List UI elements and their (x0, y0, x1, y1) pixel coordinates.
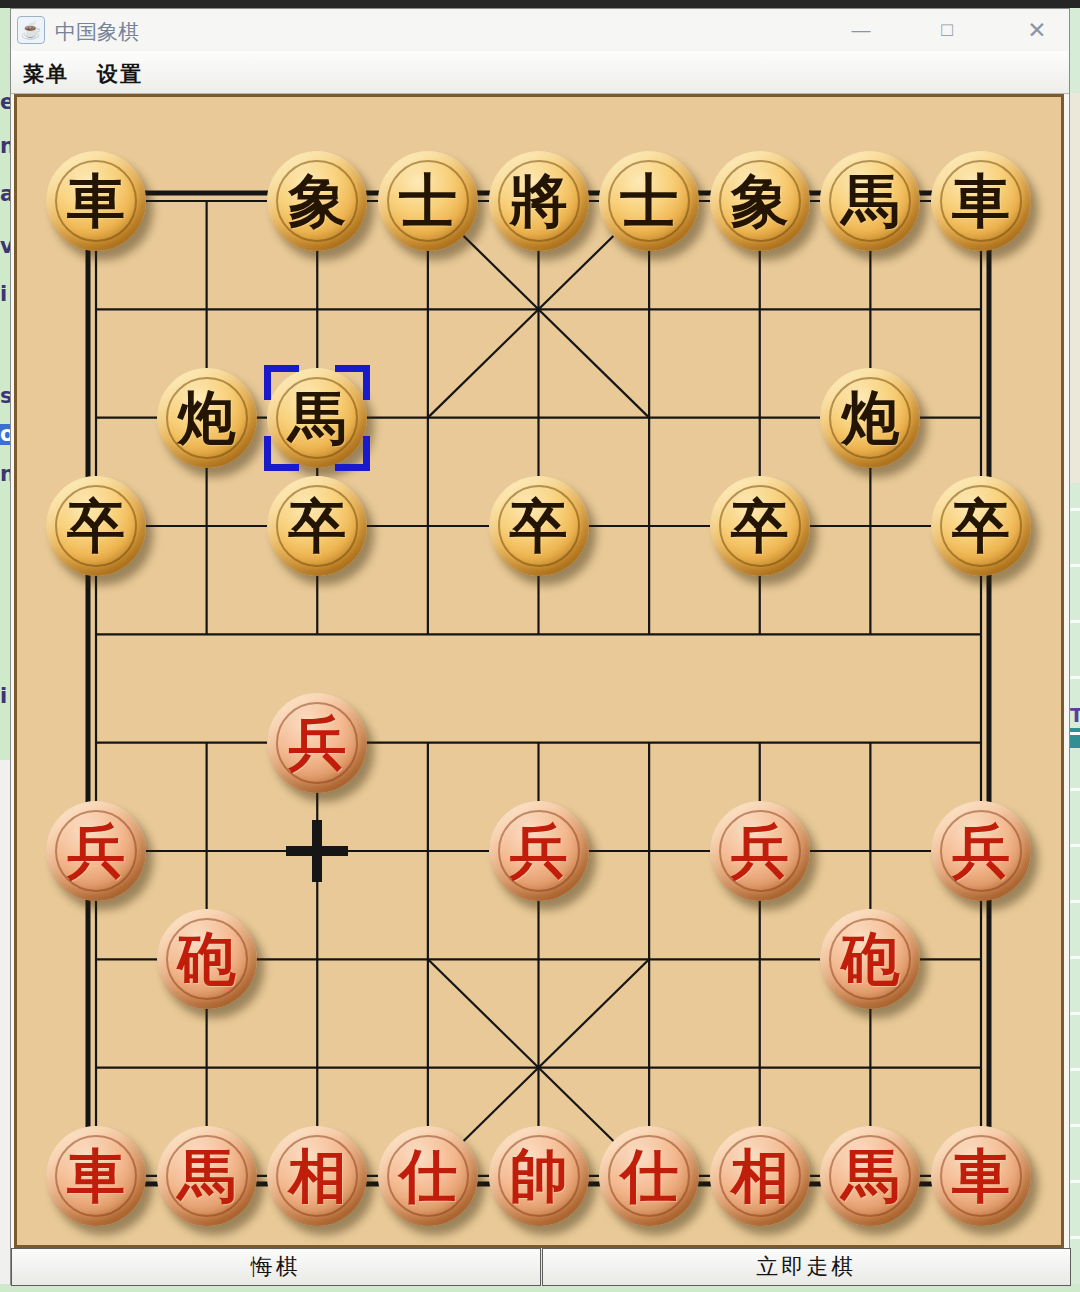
background-text-fragment: T (1070, 706, 1080, 725)
red-cannon-piece[interactable]: 砲 (820, 909, 920, 1009)
background-grid-line (1070, 1124, 1080, 1127)
black-horse-piece[interactable]: 馬 (267, 368, 367, 468)
red-horse-piece[interactable]: 馬 (820, 1126, 920, 1226)
black-soldier-piece[interactable]: 卒 (931, 476, 1031, 576)
red-soldier-piece[interactable]: 兵 (931, 801, 1031, 901)
window-title: 中国象棋 (55, 18, 139, 46)
background-grid-line (1070, 508, 1080, 511)
red-soldier-piece[interactable]: 兵 (489, 801, 589, 901)
black-chariot-piece[interactable]: 車 (931, 151, 1031, 251)
background-grid-line (1070, 1012, 1080, 1015)
background-page-right-teal-fragment (1070, 728, 1080, 748)
black-soldier-piece[interactable]: 卒 (267, 476, 367, 576)
black-cannon-piece[interactable]: 炮 (157, 368, 257, 468)
close-button[interactable]: ✕ (1019, 15, 1055, 45)
red-elephant-piece[interactable]: 相 (267, 1126, 367, 1226)
red-chariot-piece[interactable]: 車 (46, 1126, 146, 1226)
background-page-top-band (0, 0, 1080, 8)
background-grid-line (1070, 1068, 1080, 1071)
background-grid-line (1070, 732, 1080, 735)
red-horse-piece[interactable]: 馬 (157, 1126, 257, 1226)
move-immediately-button[interactable]: 立即走棋 (542, 1248, 1072, 1286)
background-grid-line (1070, 676, 1080, 679)
background-grid-line (1070, 956, 1080, 959)
red-soldier-piece[interactable]: 兵 (46, 801, 146, 901)
background-page-right-strip: T (1070, 8, 1080, 1292)
background-page-right-block (1070, 93, 1080, 483)
red-chariot-piece[interactable]: 車 (931, 1126, 1031, 1226)
background-grid-line (1070, 788, 1080, 791)
xiangqi-app-window: ☕ 中国象棋 — □ ✕ 菜单 设置 車象士將士象馬車炮馬炮卒卒卒卒卒兵兵兵兵兵… (10, 8, 1070, 1285)
menu-item-settings[interactable]: 设置 (97, 60, 143, 88)
red-advisor-piece[interactable]: 仕 (378, 1126, 478, 1226)
black-chariot-piece[interactable]: 車 (46, 151, 146, 251)
red-general-piece[interactable]: 帥 (489, 1126, 589, 1226)
black-general-piece[interactable]: 將 (489, 151, 589, 251)
red-advisor-piece[interactable]: 仕 (599, 1126, 699, 1226)
xiangqi-board[interactable]: 車象士將士象馬車炮馬炮卒卒卒卒卒兵兵兵兵兵砲砲車馬相仕帥仕相馬車 (14, 94, 1064, 1248)
black-elephant-piece[interactable]: 象 (710, 151, 810, 251)
black-cannon-piece[interactable]: 炮 (820, 368, 920, 468)
red-elephant-piece[interactable]: 相 (710, 1126, 810, 1226)
black-elephant-piece[interactable]: 象 (267, 151, 367, 251)
background-grid-line (1070, 620, 1080, 623)
board-gridlines (17, 97, 1061, 1245)
background-grid-line (1070, 844, 1080, 847)
java-coffee-cup-icon: ☕ (17, 16, 45, 44)
menu-bar: 菜单 设置 (11, 51, 1069, 94)
black-soldier-piece[interactable]: 卒 (46, 476, 146, 576)
menu-item-menu[interactable]: 菜单 (23, 60, 69, 88)
background-grid-line (1070, 1180, 1080, 1183)
red-cannon-piece[interactable]: 砲 (157, 909, 257, 1009)
maximize-button[interactable]: □ (929, 15, 965, 45)
background-grid-line (1070, 1236, 1080, 1239)
undo-move-button[interactable]: 悔棋 (11, 1248, 541, 1286)
window-titlebar[interactable]: ☕ 中国象棋 — □ ✕ (11, 9, 1069, 51)
red-soldier-piece[interactable]: 兵 (267, 693, 367, 793)
black-advisor-piece[interactable]: 士 (599, 151, 699, 251)
black-soldier-piece[interactable]: 卒 (710, 476, 810, 576)
black-horse-piece[interactable]: 馬 (820, 151, 920, 251)
red-soldier-piece[interactable]: 兵 (710, 801, 810, 901)
background-grid-line (1070, 900, 1080, 903)
black-soldier-piece[interactable]: 卒 (489, 476, 589, 576)
minimize-button[interactable]: — (843, 15, 879, 45)
black-advisor-piece[interactable]: 士 (378, 151, 478, 251)
action-bar: 悔棋 立即走棋 (11, 1248, 1071, 1286)
background-grid-line (1070, 564, 1080, 567)
